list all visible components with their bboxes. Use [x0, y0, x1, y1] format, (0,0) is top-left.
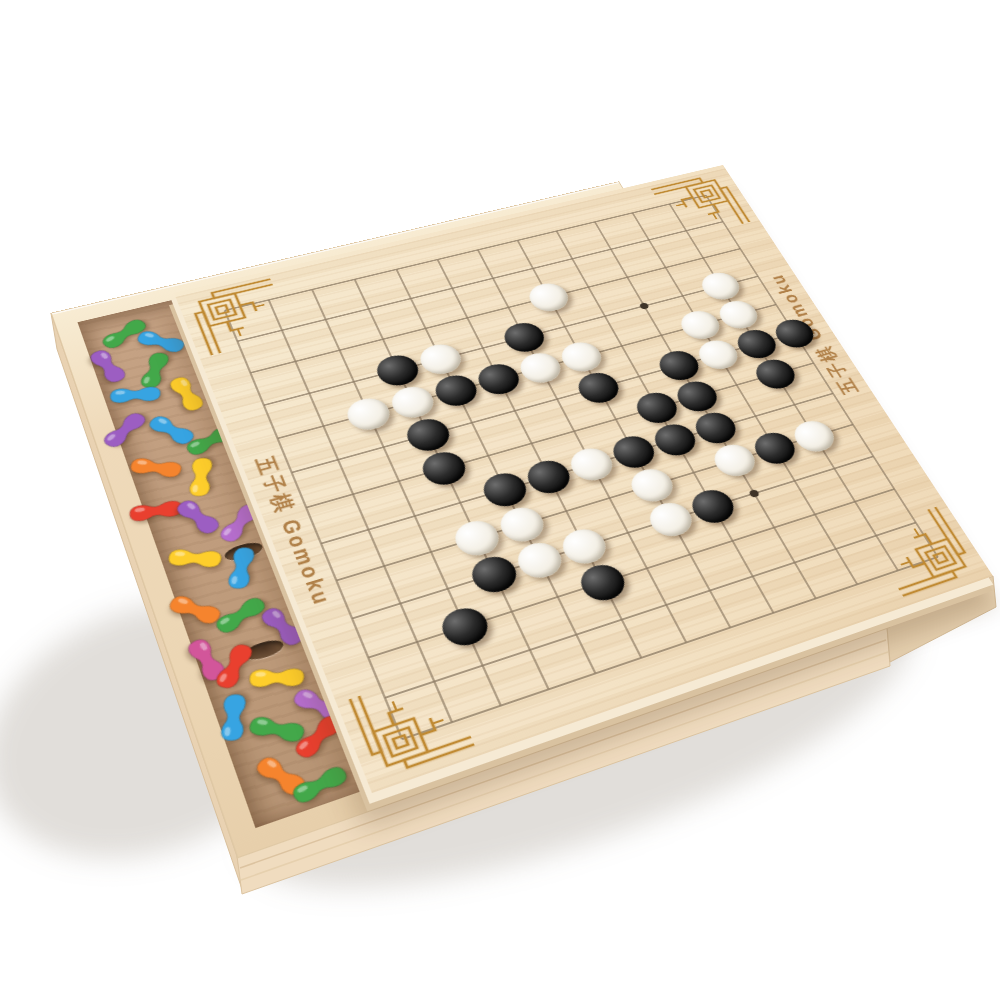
product-photo-scene: 五子棋 Gomoku 五子棋 Gomoku ○●○●○○○●●○○○○●●●○●… — [0, 0, 1000, 1000]
peg-body — [167, 549, 223, 568]
peg-body — [249, 668, 305, 687]
peg-piece-blue[interactable] — [218, 690, 249, 745]
peg-body — [110, 386, 160, 403]
peg-piece-yellow[interactable] — [162, 547, 228, 570]
peg-body — [189, 458, 213, 496]
peg-piece-yellow[interactable] — [186, 455, 215, 500]
